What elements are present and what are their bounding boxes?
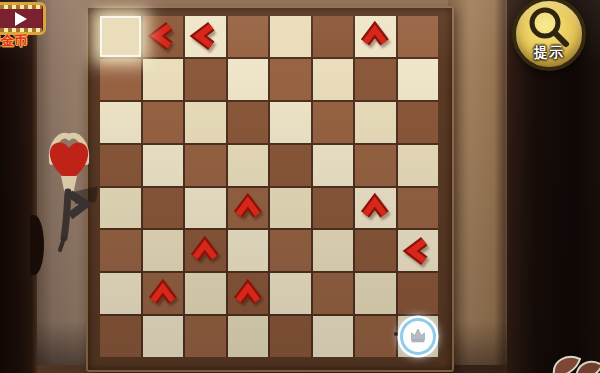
arrow-up-icon	[355, 16, 396, 57]
cell-r6c7[interactable]	[398, 273, 439, 314]
cell-r0c3[interactable]	[228, 16, 269, 57]
cell-r4c7[interactable]	[398, 188, 439, 229]
cell-r3c7[interactable]	[398, 145, 439, 186]
cell-r6c2[interactable]	[185, 273, 226, 314]
arrow-up-icon	[228, 188, 269, 229]
arrow-up-icon	[143, 273, 184, 314]
cell-r6c6[interactable]	[355, 273, 396, 314]
cell-r5c7[interactable]	[398, 230, 439, 271]
cell-r4c4[interactable]	[270, 188, 311, 229]
puzzle-board	[100, 16, 438, 357]
cell-r5c3[interactable]	[228, 230, 269, 271]
cell-r3c4[interactable]	[270, 145, 311, 186]
cell-r2c4[interactable]	[270, 102, 311, 143]
cell-r7c0[interactable]	[100, 316, 141, 357]
cell-r1c6[interactable]	[355, 59, 396, 100]
cell-r1c0[interactable]	[100, 59, 141, 100]
crown-piece[interactable]	[400, 318, 437, 355]
cell-r0c4[interactable]	[270, 16, 311, 57]
cell-r2c2[interactable]	[185, 102, 226, 143]
free-coins-button[interactable]: 费金币	[0, 0, 50, 48]
cell-r5c4[interactable]	[270, 230, 311, 271]
cell-r3c5[interactable]	[313, 145, 354, 186]
cell-r2c0[interactable]	[100, 102, 141, 143]
cell-r4c6[interactable]	[355, 188, 396, 229]
cell-r4c2[interactable]	[185, 188, 226, 229]
cell-r5c5[interactable]	[313, 230, 354, 271]
cell-r3c6[interactable]	[355, 145, 396, 186]
leather-corner-decor	[542, 331, 600, 373]
arrow-left-icon	[143, 16, 184, 57]
cell-r6c3[interactable]	[228, 273, 269, 314]
cell-r7c5[interactable]	[313, 316, 354, 357]
arrow-left-icon	[398, 230, 439, 271]
arrow-up-icon	[228, 273, 269, 314]
arrow-left-icon	[185, 16, 226, 57]
cell-r1c7[interactable]	[398, 59, 439, 100]
play-icon	[15, 12, 27, 26]
cell-r6c4[interactable]	[270, 273, 311, 314]
ballerina-figure	[40, 128, 98, 256]
cell-r2c6[interactable]	[355, 102, 396, 143]
cell-r1c3[interactable]	[228, 59, 269, 100]
cell-r7c7[interactable]	[398, 316, 439, 357]
cell-r4c3[interactable]	[228, 188, 269, 229]
cell-r1c1[interactable]	[143, 59, 184, 100]
arrow-up-icon	[185, 230, 226, 271]
cell-r2c5[interactable]	[313, 102, 354, 143]
cell-r7c1[interactable]	[143, 316, 184, 357]
cell-r7c3[interactable]	[228, 316, 269, 357]
cell-r5c2[interactable]	[185, 230, 226, 271]
video-ad-icon	[0, 2, 46, 35]
cell-r0c1[interactable]	[143, 16, 184, 57]
cell-r3c2[interactable]	[185, 145, 226, 186]
cell-r5c0[interactable]	[100, 230, 141, 271]
right-wall-panel	[448, 0, 512, 373]
cell-r2c7[interactable]	[398, 102, 439, 143]
cell-r7c2[interactable]	[185, 316, 226, 357]
cell-r0c6[interactable]	[355, 16, 396, 57]
game-scene: 费金币 提示	[0, 0, 600, 373]
cell-r0c5[interactable]	[313, 16, 354, 57]
cell-r7c4[interactable]	[270, 316, 311, 357]
cell-r5c1[interactable]	[143, 230, 184, 271]
cell-r2c1[interactable]	[143, 102, 184, 143]
arrow-up-icon	[355, 188, 396, 229]
hint-button-label: 提示	[516, 44, 582, 62]
cell-r2c3[interactable]	[228, 102, 269, 143]
cell-r3c1[interactable]	[143, 145, 184, 186]
cell-r5c6[interactable]	[355, 230, 396, 271]
cell-r6c0[interactable]	[100, 273, 141, 314]
cell-r6c5[interactable]	[313, 273, 354, 314]
cell-r7c6[interactable]	[355, 316, 396, 357]
free-coins-label: 费金币	[0, 32, 27, 50]
left-dark-pillar	[0, 0, 37, 373]
cell-r6c1[interactable]	[143, 273, 184, 314]
cell-r4c0[interactable]	[100, 188, 141, 229]
cell-r4c1[interactable]	[143, 188, 184, 229]
cell-r1c4[interactable]	[270, 59, 311, 100]
cell-r1c2[interactable]	[185, 59, 226, 100]
cell-r0c2[interactable]	[185, 16, 226, 57]
hint-button[interactable]: 提示	[512, 0, 586, 71]
cell-r1c5[interactable]	[313, 59, 354, 100]
cell-r0c0[interactable]	[100, 16, 141, 57]
cell-r0c7[interactable]	[398, 16, 439, 57]
cell-r3c0[interactable]	[100, 145, 141, 186]
cell-r3c3[interactable]	[228, 145, 269, 186]
cell-r4c5[interactable]	[313, 188, 354, 229]
